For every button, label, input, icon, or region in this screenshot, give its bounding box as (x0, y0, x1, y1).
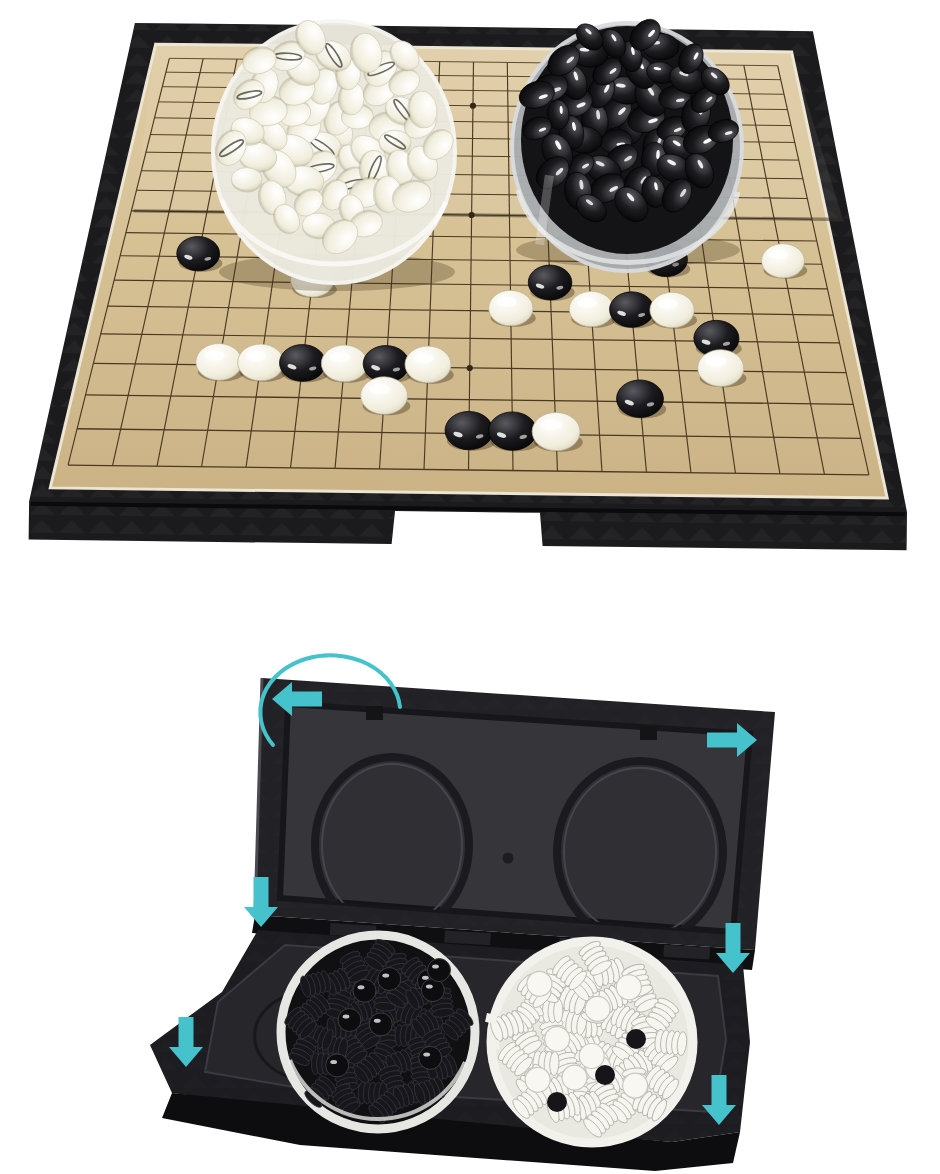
black-stone (616, 380, 663, 418)
stone-specular (374, 1019, 381, 1023)
white-stone-in-bowl (231, 167, 262, 190)
white-stone (569, 291, 614, 327)
stone-specular (382, 973, 389, 977)
black-stone-among-white (626, 1029, 646, 1049)
black-stone-flat (353, 979, 376, 1002)
white-stone-flat (527, 971, 552, 996)
white-stone-flat (579, 1043, 604, 1068)
latch-tab (640, 726, 657, 740)
white-stone (321, 345, 367, 382)
board-group (29, 22, 913, 551)
black-stone-flat (421, 979, 444, 1002)
black-stone-among-white (595, 1065, 615, 1085)
stone-specular (422, 976, 429, 980)
stone-specular (343, 1015, 350, 1019)
black-stone-bowl-in-tray (281, 935, 476, 1129)
go-board-scene (0, 0, 940, 580)
stone-specular (358, 985, 365, 989)
stone-specular (432, 965, 439, 969)
latch-tab (366, 706, 383, 720)
folding-case-photo (0, 640, 940, 1174)
stone-specular (330, 1060, 337, 1064)
white-stone (488, 290, 533, 326)
black-stone (279, 344, 325, 381)
black-stone-among-white (547, 1092, 567, 1112)
white-stone (237, 344, 283, 381)
white-stone (360, 377, 407, 415)
go-board-photo (0, 0, 940, 580)
black-stone-flat (378, 967, 401, 990)
black-stone-flat (419, 1046, 442, 1069)
white-stone-flat (525, 1067, 550, 1092)
white-stone (697, 349, 743, 386)
folding-case-scene (0, 640, 940, 1174)
case-lid (255, 678, 775, 950)
white-stone (196, 343, 242, 380)
black-stone-flat (428, 959, 451, 982)
white-stone (650, 292, 695, 328)
stone-specular (426, 985, 433, 989)
white-stone-flat (585, 996, 610, 1021)
black-stone (177, 236, 220, 271)
white-stone (405, 346, 451, 383)
black-stone-flat (326, 1054, 349, 1077)
white-stone (761, 243, 804, 278)
white-stone-flat (616, 975, 641, 1000)
white-stone-flat (562, 1065, 587, 1090)
white-stone-bowl-in-tray (485, 939, 693, 1143)
white-stone-flat (545, 1027, 570, 1052)
bowl-tab (488, 1040, 500, 1050)
stone-specular (423, 1052, 430, 1056)
bowl-recess-ring (557, 761, 723, 943)
black-stone (528, 265, 572, 300)
black-stone (488, 412, 536, 451)
white-stone-flat (623, 1073, 648, 1098)
black-stone (445, 411, 493, 450)
black-stone-flat (369, 1013, 392, 1036)
black-stone (609, 292, 654, 328)
white-stone (532, 412, 580, 451)
black-stone-flat (338, 1009, 361, 1032)
lid-center-pin (503, 853, 514, 864)
